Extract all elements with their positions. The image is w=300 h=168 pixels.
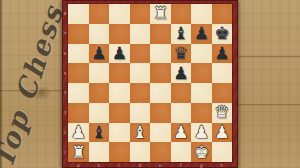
square-a1: ♜: [68, 142, 89, 162]
square-f6: ♛: [171, 44, 192, 64]
chess-board: ♜♝♟♚♟♟♛♟♟♛♟♝♝♟♟♟♜♚: [68, 4, 232, 162]
black-pawn-f5: ♟: [173, 64, 188, 81]
square-d4: [130, 83, 151, 103]
square-h3: ♛: [212, 103, 233, 123]
square-c6: ♟: [109, 44, 130, 64]
square-f7: ♝: [171, 24, 192, 44]
white-bishop-d2: ♝: [132, 123, 147, 140]
square-d3: [130, 103, 151, 123]
white-rook-a1: ♜: [71, 143, 86, 160]
square-f1: [171, 142, 192, 162]
file-label-c: c: [109, 162, 130, 168]
black-bishop-b2: ♝: [91, 123, 106, 140]
square-a5: [68, 63, 89, 83]
square-h5: [212, 63, 233, 83]
square-a2: ♟: [68, 123, 89, 143]
square-a6: [68, 44, 89, 64]
file-label-d: d: [130, 162, 151, 168]
square-d7: [130, 24, 151, 44]
square-f5: ♟: [171, 63, 192, 83]
white-king-g1: ♚: [194, 143, 209, 160]
square-b6: ♟: [89, 44, 110, 64]
square-h8: [212, 4, 233, 24]
square-f8: [171, 4, 192, 24]
square-d6: [130, 44, 151, 64]
square-e8: ♜: [150, 4, 171, 24]
square-h4: [212, 83, 233, 103]
file-label-f: f: [171, 162, 192, 168]
square-e4: [150, 83, 171, 103]
square-g7: ♟: [191, 24, 212, 44]
square-c2: [109, 123, 130, 143]
wood-plank-seam: [236, 104, 300, 106]
square-g8: [191, 4, 212, 24]
white-pawn-g2: ♟: [194, 123, 209, 140]
black-pawn-h6: ♟: [214, 44, 229, 61]
square-b3: [89, 103, 110, 123]
square-c3: [109, 103, 130, 123]
square-a4: [68, 83, 89, 103]
white-pawn-f2: ♟: [173, 123, 188, 140]
square-c1: [109, 142, 130, 162]
square-e6: [150, 44, 171, 64]
square-f3: [171, 103, 192, 123]
square-h7: ♚: [212, 24, 233, 44]
square-g2: ♟: [191, 123, 212, 143]
square-c4: [109, 83, 130, 103]
square-g1: ♚: [191, 142, 212, 162]
square-d2: ♝: [130, 123, 151, 143]
square-c5: [109, 63, 130, 83]
square-d1: [130, 142, 151, 162]
square-e2: [150, 123, 171, 143]
file-label-b: b: [89, 162, 110, 168]
white-pawn-a2: ♟: [71, 123, 86, 140]
white-rook-e8: ♜: [153, 5, 168, 22]
black-queen-f6: ♛: [173, 44, 188, 61]
file-label-a: a: [68, 162, 89, 168]
black-pawn-b6: ♟: [91, 44, 106, 61]
file-label-h: h: [212, 162, 233, 168]
square-e5: [150, 63, 171, 83]
white-queen-h3: ♛: [214, 104, 229, 121]
square-h6: ♟: [212, 44, 233, 64]
square-a7: [68, 24, 89, 44]
square-b1: [89, 142, 110, 162]
file-labels: abcdefgh: [68, 162, 232, 168]
file-label-e: e: [150, 162, 171, 168]
black-pawn-c6: ♟: [112, 44, 127, 61]
square-c7: [109, 24, 130, 44]
square-a8: [68, 4, 89, 24]
thumbnail-scene: Top Chess 87654321 abcdefgh ♜♝♟♚♟♟♛♟♟♛♟♝…: [0, 0, 300, 168]
black-pawn-g7: ♟: [194, 25, 209, 42]
square-b8: [89, 4, 110, 24]
square-b2: ♝: [89, 123, 110, 143]
wood-plank-seam: [236, 56, 300, 58]
square-f4: [171, 83, 192, 103]
white-pawn-h2: ♟: [214, 123, 229, 140]
square-b5: [89, 63, 110, 83]
black-bishop-f7: ♝: [173, 25, 188, 42]
file-label-g: g: [191, 162, 212, 168]
square-e7: [150, 24, 171, 44]
square-d5: [130, 63, 151, 83]
square-c8: [109, 4, 130, 24]
black-king-h7: ♚: [214, 25, 229, 42]
square-g3: [191, 103, 212, 123]
square-b7: [89, 24, 110, 44]
square-b4: [89, 83, 110, 103]
square-g5: [191, 63, 212, 83]
square-g6: [191, 44, 212, 64]
square-d8: [130, 4, 151, 24]
chess-board-frame: 87654321 abcdefgh ♜♝♟♚♟♟♛♟♟♛♟♝♝♟♟♟♜♚: [62, 0, 238, 168]
square-f2: ♟: [171, 123, 192, 143]
square-e3: [150, 103, 171, 123]
square-a3: [68, 103, 89, 123]
square-h2: ♟: [212, 123, 233, 143]
square-g4: [191, 83, 212, 103]
square-e1: [150, 142, 171, 162]
square-h1: [212, 142, 233, 162]
